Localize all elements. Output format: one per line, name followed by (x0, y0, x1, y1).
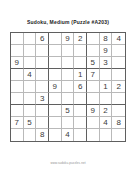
cell-r6c7[interactable] (87, 93, 100, 105)
cell-r8c8[interactable]: 4 (100, 117, 113, 129)
cell-r5c3[interactable] (36, 81, 49, 93)
cell-r7c8[interactable]: 2 (100, 105, 113, 117)
cell-r5c2[interactable] (24, 81, 37, 93)
cell-r2c1[interactable] (11, 45, 24, 57)
cell-r2c9[interactable] (112, 45, 125, 57)
cell-r7c3[interactable] (36, 105, 49, 117)
cell-r7c2[interactable] (24, 105, 37, 117)
cell-r3c6[interactable] (74, 57, 87, 69)
cell-r9c2[interactable] (24, 129, 37, 141)
cell-r8c1[interactable]: 7 (11, 117, 24, 129)
cell-r1c9[interactable]: 4 (112, 33, 125, 45)
cell-r2c5[interactable] (62, 45, 75, 57)
cell-r4c9[interactable] (112, 69, 125, 81)
cell-r6c5[interactable] (62, 93, 75, 105)
cell-r4c2[interactable]: 4 (24, 69, 37, 81)
footer-url: www.sudoku-puzzles.net (0, 161, 136, 165)
cell-r3c9[interactable] (112, 57, 125, 69)
cell-r3c1[interactable]: 9 (11, 57, 24, 69)
cell-r4c3[interactable] (36, 69, 49, 81)
cell-r8c4[interactable] (49, 117, 62, 129)
cell-r4c5[interactable] (62, 69, 75, 81)
cell-r4c4[interactable] (49, 69, 62, 81)
cell-r3c7[interactable]: 5 (87, 57, 100, 69)
cell-r2c2[interactable] (24, 45, 37, 57)
cell-r5c8[interactable]: 1 (100, 81, 113, 93)
cell-r8c7[interactable] (87, 117, 100, 129)
cell-r4c7[interactable]: 7 (87, 69, 100, 81)
cell-r1c3[interactable]: 6 (36, 33, 49, 45)
cell-r4c6[interactable]: 1 (74, 69, 87, 81)
cell-r8c9[interactable]: 8 (112, 117, 125, 129)
cell-r6c9[interactable] (112, 93, 125, 105)
cell-r8c2[interactable]: 5 (24, 117, 37, 129)
cell-r2c7[interactable] (87, 45, 100, 57)
cell-r1c5[interactable]: 9 (62, 33, 75, 45)
cell-r9c6[interactable] (74, 129, 87, 141)
cell-r9c9[interactable] (112, 129, 125, 141)
cell-r7c6[interactable] (74, 105, 87, 117)
cell-r2c4[interactable] (49, 45, 62, 57)
cell-r5c1[interactable] (11, 81, 24, 93)
sudoku-board: 69284995341796123592754884 (10, 32, 126, 142)
cell-r3c8[interactable]: 3 (100, 57, 113, 69)
cell-r7c9[interactable] (112, 105, 125, 117)
cell-r9c8[interactable] (100, 129, 113, 141)
cell-r5c4[interactable]: 9 (49, 81, 62, 93)
sudoku-page: Sudoku, Medium (Puzzle #A203) 6928499534… (0, 0, 136, 176)
cell-r3c4[interactable] (49, 57, 62, 69)
cell-r6c4[interactable] (49, 93, 62, 105)
page-title: Sudoku, Medium (Puzzle #A203) (0, 19, 136, 25)
cell-r5c5[interactable] (62, 81, 75, 93)
cell-r4c8[interactable] (100, 69, 113, 81)
cell-r2c8[interactable]: 9 (100, 45, 113, 57)
cell-r5c6[interactable]: 6 (74, 81, 87, 93)
cell-r9c5[interactable]: 4 (62, 129, 75, 141)
cell-r3c3[interactable] (36, 57, 49, 69)
cell-r5c9[interactable]: 2 (112, 81, 125, 93)
cell-r2c3[interactable] (36, 45, 49, 57)
cell-r1c1[interactable] (11, 33, 24, 45)
cell-r7c7[interactable]: 9 (87, 105, 100, 117)
cell-r5c7[interactable] (87, 81, 100, 93)
cell-r6c8[interactable] (100, 93, 113, 105)
cell-r3c2[interactable] (24, 57, 37, 69)
cell-r7c4[interactable] (49, 105, 62, 117)
cell-r9c7[interactable] (87, 129, 100, 141)
cell-r3c5[interactable] (62, 57, 75, 69)
cell-r4c1[interactable] (11, 69, 24, 81)
cell-r8c5[interactable] (62, 117, 75, 129)
cell-r1c2[interactable] (24, 33, 37, 45)
cell-r6c6[interactable] (74, 93, 87, 105)
cell-r2c6[interactable] (74, 45, 87, 57)
cell-r9c4[interactable] (49, 129, 62, 141)
cell-r6c1[interactable] (11, 93, 24, 105)
cell-r1c4[interactable] (49, 33, 62, 45)
cell-r7c5[interactable]: 5 (62, 105, 75, 117)
cell-r7c1[interactable] (11, 105, 24, 117)
cell-r8c6[interactable] (74, 117, 87, 129)
cell-r9c3[interactable]: 8 (36, 129, 49, 141)
cell-r1c7[interactable] (87, 33, 100, 45)
cell-r1c6[interactable]: 2 (74, 33, 87, 45)
cell-r8c3[interactable] (36, 117, 49, 129)
cell-r6c2[interactable] (24, 93, 37, 105)
cell-r1c8[interactable]: 8 (100, 33, 113, 45)
cell-r9c1[interactable] (11, 129, 24, 141)
cell-r6c3[interactable]: 3 (36, 93, 49, 105)
